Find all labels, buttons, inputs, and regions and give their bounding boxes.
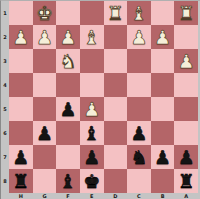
square-c8[interactable] — [127, 169, 151, 193]
file-label-a: A — [174, 193, 198, 199]
file-label-g: G — [33, 193, 57, 199]
black-rook-h8[interactable]: ♜ — [9, 169, 33, 193]
square-c2[interactable]: ♟ — [127, 25, 151, 49]
square-f2[interactable]: ♟ — [56, 25, 80, 49]
square-b1[interactable] — [151, 1, 175, 25]
white-pawn-b2[interactable]: ♟ — [151, 25, 175, 49]
black-pawn-e7[interactable]: ♟ — [80, 145, 104, 169]
black-pawn-h7[interactable]: ♟ — [9, 145, 33, 169]
square-d8[interactable] — [104, 169, 128, 193]
square-f6[interactable] — [56, 121, 80, 145]
square-g5[interactable] — [33, 97, 57, 121]
square-d7[interactable] — [104, 145, 128, 169]
square-b4[interactable] — [151, 73, 175, 97]
square-g4[interactable] — [33, 73, 57, 97]
square-a8[interactable]: ♜ — [174, 169, 198, 193]
black-bishop-f8[interactable]: ♝ — [56, 169, 80, 193]
white-king-g1[interactable]: ♚ — [33, 1, 57, 25]
square-a7[interactable]: ♟ — [174, 145, 198, 169]
square-h8[interactable]: ♜ — [9, 169, 33, 193]
square-g6[interactable]: ♟ — [33, 121, 57, 145]
square-f8[interactable]: ♝ — [56, 169, 80, 193]
square-f3[interactable]: ♞ — [56, 49, 80, 73]
square-f7[interactable] — [56, 145, 80, 169]
square-d4[interactable] — [104, 73, 128, 97]
square-g8[interactable] — [33, 169, 57, 193]
file-label-b: B — [151, 193, 175, 199]
square-g1[interactable]: ♚ — [33, 1, 57, 25]
rank-label-2: 2 — [1, 25, 9, 49]
square-c6[interactable]: ♟ — [127, 121, 151, 145]
square-e4[interactable] — [80, 73, 104, 97]
black-pawn-a7[interactable]: ♟ — [174, 145, 198, 169]
square-d3[interactable] — [104, 49, 128, 73]
rank-label-3: 3 — [1, 49, 9, 73]
square-h2[interactable]: ♟ — [9, 25, 33, 49]
square-c1[interactable]: ♝ — [127, 1, 151, 25]
square-f5[interactable]: ♟ — [56, 97, 80, 121]
square-c4[interactable] — [127, 73, 151, 97]
square-h3[interactable] — [9, 49, 33, 73]
file-label-d: D — [104, 193, 128, 199]
white-bishop-e2[interactable]: ♝ — [80, 25, 104, 49]
square-h5[interactable] — [9, 97, 33, 121]
square-e3[interactable] — [80, 49, 104, 73]
white-pawn-g2[interactable]: ♟ — [33, 25, 57, 49]
square-d2[interactable] — [104, 25, 128, 49]
square-f1[interactable] — [56, 1, 80, 25]
black-pawn-c6[interactable]: ♟ — [127, 121, 151, 145]
square-b3[interactable] — [151, 49, 175, 73]
square-b5[interactable] — [151, 97, 175, 121]
file-label-c: C — [127, 193, 151, 199]
black-bishop-e6[interactable]: ♝ — [80, 121, 104, 145]
square-a4[interactable] — [174, 73, 198, 97]
square-e5[interactable]: ♟ — [80, 97, 104, 121]
white-rook-d1[interactable]: ♜ — [104, 1, 128, 25]
black-knight-c7[interactable]: ♞ — [127, 145, 151, 169]
chess-app-window: 12345678 ♚♜♝♜♟♟♟♝♟♟♞♟♟♟♟♝♟♟♟♞♟♟♜♝♚♜ HGFE… — [0, 0, 200, 199]
square-h4[interactable] — [9, 73, 33, 97]
black-pawn-b7[interactable]: ♟ — [151, 145, 175, 169]
white-pawn-a3[interactable]: ♟ — [174, 49, 198, 73]
rank-label-8: 8 — [1, 169, 9, 193]
square-e7[interactable]: ♟ — [80, 145, 104, 169]
square-e8[interactable]: ♚ — [80, 169, 104, 193]
square-g3[interactable] — [33, 49, 57, 73]
chess-board: ♚♜♝♜♟♟♟♝♟♟♞♟♟♟♟♝♟♟♟♞♟♟♜♝♚♜ — [9, 1, 198, 193]
square-a3[interactable]: ♟ — [174, 49, 198, 73]
square-a5[interactable] — [174, 97, 198, 121]
rank-label-6: 6 — [1, 121, 9, 145]
square-a2[interactable] — [174, 25, 198, 49]
square-e6[interactable]: ♝ — [80, 121, 104, 145]
square-c5[interactable] — [127, 97, 151, 121]
square-e1[interactable] — [80, 1, 104, 25]
square-a6[interactable] — [174, 121, 198, 145]
white-knight-f3[interactable]: ♞ — [56, 49, 80, 73]
rank-label-7: 7 — [1, 145, 9, 169]
white-pawn-h2[interactable]: ♟ — [9, 25, 33, 49]
black-pawn-f5[interactable]: ♟ — [56, 97, 80, 121]
file-label-h: H — [9, 193, 33, 199]
rank-label-4: 4 — [1, 73, 9, 97]
square-b6[interactable] — [151, 121, 175, 145]
square-h7[interactable]: ♟ — [9, 145, 33, 169]
file-label-f: F — [56, 193, 80, 199]
rank-label-5: 5 — [1, 97, 9, 121]
square-a1[interactable]: ♜ — [174, 1, 198, 25]
square-f4[interactable] — [56, 73, 80, 97]
square-b7[interactable]: ♟ — [151, 145, 175, 169]
square-h1[interactable] — [9, 1, 33, 25]
white-rook-a1[interactable]: ♜ — [174, 1, 198, 25]
black-king-e8[interactable]: ♚ — [80, 169, 104, 193]
white-pawn-f2[interactable]: ♟ — [56, 25, 80, 49]
square-d1[interactable]: ♜ — [104, 1, 128, 25]
square-d6[interactable] — [104, 121, 128, 145]
rank-label-1: 1 — [1, 1, 9, 25]
white-bishop-c1[interactable]: ♝ — [127, 1, 151, 25]
square-h6[interactable] — [9, 121, 33, 145]
white-pawn-c2[interactable]: ♟ — [127, 25, 151, 49]
square-c7[interactable]: ♞ — [127, 145, 151, 169]
file-label-e: E — [80, 193, 104, 199]
square-e2[interactable]: ♝ — [80, 25, 104, 49]
black-pawn-g6[interactable]: ♟ — [33, 121, 57, 145]
square-b2[interactable]: ♟ — [151, 25, 175, 49]
square-g2[interactable]: ♟ — [33, 25, 57, 49]
square-b8[interactable] — [151, 169, 175, 193]
file-labels-strip: HGFEDCBA — [9, 193, 198, 199]
square-g7[interactable] — [33, 145, 57, 169]
square-d5[interactable] — [104, 97, 128, 121]
black-rook-a8[interactable]: ♜ — [174, 169, 198, 193]
square-c3[interactable] — [127, 49, 151, 73]
rank-labels-gutter: 12345678 — [1, 1, 9, 193]
white-pawn-e5[interactable]: ♟ — [80, 97, 104, 121]
